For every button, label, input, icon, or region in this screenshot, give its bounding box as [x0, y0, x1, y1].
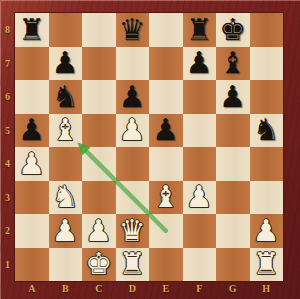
black-knight[interactable]: ♞ [250, 114, 284, 148]
square-a1[interactable] [15, 248, 49, 282]
square-e8[interactable] [149, 13, 183, 47]
square-e5[interactable]: ♟ [149, 114, 183, 148]
rank-label-3: 3 [0, 181, 15, 215]
white-rook[interactable]: ♜ [250, 248, 284, 282]
white-pawn[interactable]: ♟ [250, 214, 284, 248]
white-bishop[interactable]: ♝ [49, 114, 83, 148]
black-pawn[interactable]: ♟ [183, 47, 217, 81]
square-h6[interactable] [250, 80, 284, 114]
white-pawn[interactable]: ♟ [15, 147, 49, 181]
square-a5[interactable]: ♟ [15, 114, 49, 148]
black-knight[interactable]: ♞ [49, 80, 83, 114]
square-b3[interactable]: ♞ [49, 181, 83, 215]
square-a8[interactable]: ♜ [15, 13, 49, 47]
square-c1[interactable]: ♚ [82, 248, 116, 282]
square-b1[interactable] [49, 248, 83, 282]
white-queen[interactable]: ♛ [116, 214, 150, 248]
square-f1[interactable] [183, 248, 217, 282]
square-d6[interactable]: ♟ [116, 80, 150, 114]
rank-label-6: 6 [0, 80, 15, 114]
square-e1[interactable] [149, 248, 183, 282]
square-h3[interactable] [250, 181, 284, 215]
square-c2[interactable]: ♟ [82, 214, 116, 248]
rank-label-8: 8 [0, 13, 15, 47]
square-h8[interactable] [250, 13, 284, 47]
square-c5[interactable] [82, 114, 116, 148]
file-label-f: F [183, 281, 217, 299]
rank-label-5: 5 [0, 114, 15, 148]
white-pawn[interactable]: ♟ [183, 181, 217, 215]
chess-board-frame: 87654321 ♜♛♜♚♟♟♝♞♟♟♟♝♟♟♞♟♞♝♟♟♟♛♟♚♜♜ ABCD… [0, 0, 300, 299]
black-pawn[interactable]: ♟ [116, 80, 150, 114]
square-d5[interactable]: ♟ [116, 114, 150, 148]
file-label-g: G [216, 281, 250, 299]
square-b7[interactable]: ♟ [49, 47, 83, 81]
black-pawn[interactable]: ♟ [149, 114, 183, 148]
square-a6[interactable] [15, 80, 49, 114]
file-label-e: E [149, 281, 183, 299]
white-pawn[interactable]: ♟ [116, 114, 150, 148]
chess-board: ♜♛♜♚♟♟♝♞♟♟♟♝♟♟♞♟♞♝♟♟♟♛♟♚♜♜ [15, 13, 283, 281]
square-e7[interactable] [149, 47, 183, 81]
square-b2[interactable]: ♟ [49, 214, 83, 248]
white-knight[interactable]: ♞ [49, 181, 83, 215]
square-f5[interactable] [183, 114, 217, 148]
black-queen[interactable]: ♛ [116, 13, 150, 47]
square-c7[interactable] [82, 47, 116, 81]
black-rook[interactable]: ♜ [183, 13, 217, 47]
file-label-c: C [82, 281, 116, 299]
square-g3[interactable] [216, 181, 250, 215]
square-b5[interactable]: ♝ [49, 114, 83, 148]
square-f3[interactable]: ♟ [183, 181, 217, 215]
file-label-a: A [15, 281, 49, 299]
square-g6[interactable]: ♟ [216, 80, 250, 114]
square-f6[interactable] [183, 80, 217, 114]
square-g1[interactable] [216, 248, 250, 282]
file-label-b: B [49, 281, 83, 299]
square-c3[interactable] [82, 181, 116, 215]
square-f8[interactable]: ♜ [183, 13, 217, 47]
square-c8[interactable] [82, 13, 116, 47]
square-f7[interactable]: ♟ [183, 47, 217, 81]
white-pawn[interactable]: ♟ [49, 214, 83, 248]
square-g2[interactable] [216, 214, 250, 248]
square-b4[interactable] [49, 147, 83, 181]
rank-label-4: 4 [0, 147, 15, 181]
rank-label-2: 2 [0, 214, 15, 248]
rank-label-7: 7 [0, 47, 15, 81]
rank-label-1: 1 [0, 248, 15, 282]
square-d7[interactable] [116, 47, 150, 81]
black-rook[interactable]: ♜ [15, 13, 49, 47]
square-h5[interactable]: ♞ [250, 114, 284, 148]
square-h4[interactable] [250, 147, 284, 181]
square-d4[interactable] [116, 147, 150, 181]
square-g8[interactable]: ♚ [216, 13, 250, 47]
square-f4[interactable] [183, 147, 217, 181]
square-d3[interactable] [116, 181, 150, 215]
square-a7[interactable] [15, 47, 49, 81]
square-b8[interactable] [49, 13, 83, 47]
black-pawn[interactable]: ♟ [216, 80, 250, 114]
file-label-d: D [116, 281, 150, 299]
white-king[interactable]: ♚ [82, 248, 116, 282]
rank-coordinates: 87654321 [0, 13, 15, 281]
square-f2[interactable] [183, 214, 217, 248]
square-e2[interactable] [149, 214, 183, 248]
square-g7[interactable]: ♝ [216, 47, 250, 81]
square-d2[interactable]: ♛ [116, 214, 150, 248]
black-pawn[interactable]: ♟ [15, 114, 49, 148]
file-coordinates: ABCDEFGH [15, 281, 283, 299]
file-label-h: H [250, 281, 284, 299]
square-e4[interactable] [149, 147, 183, 181]
white-rook[interactable]: ♜ [116, 248, 150, 282]
square-h2[interactable]: ♟ [250, 214, 284, 248]
square-a2[interactable] [15, 214, 49, 248]
white-bishop[interactable]: ♝ [149, 181, 183, 215]
square-a4[interactable]: ♟ [15, 147, 49, 181]
square-c6[interactable] [82, 80, 116, 114]
square-e6[interactable] [149, 80, 183, 114]
square-h1[interactable]: ♜ [250, 248, 284, 282]
square-d8[interactable]: ♛ [116, 13, 150, 47]
square-e3[interactable]: ♝ [149, 181, 183, 215]
square-b6[interactable]: ♞ [49, 80, 83, 114]
square-c4[interactable] [82, 147, 116, 181]
square-g4[interactable] [216, 147, 250, 181]
square-a3[interactable] [15, 181, 49, 215]
square-h7[interactable] [250, 47, 284, 81]
black-king[interactable]: ♚ [216, 13, 250, 47]
square-g5[interactable] [216, 114, 250, 148]
black-bishop[interactable]: ♝ [216, 47, 250, 81]
white-pawn[interactable]: ♟ [82, 214, 116, 248]
square-d1[interactable]: ♜ [116, 248, 150, 282]
black-pawn[interactable]: ♟ [49, 47, 83, 81]
